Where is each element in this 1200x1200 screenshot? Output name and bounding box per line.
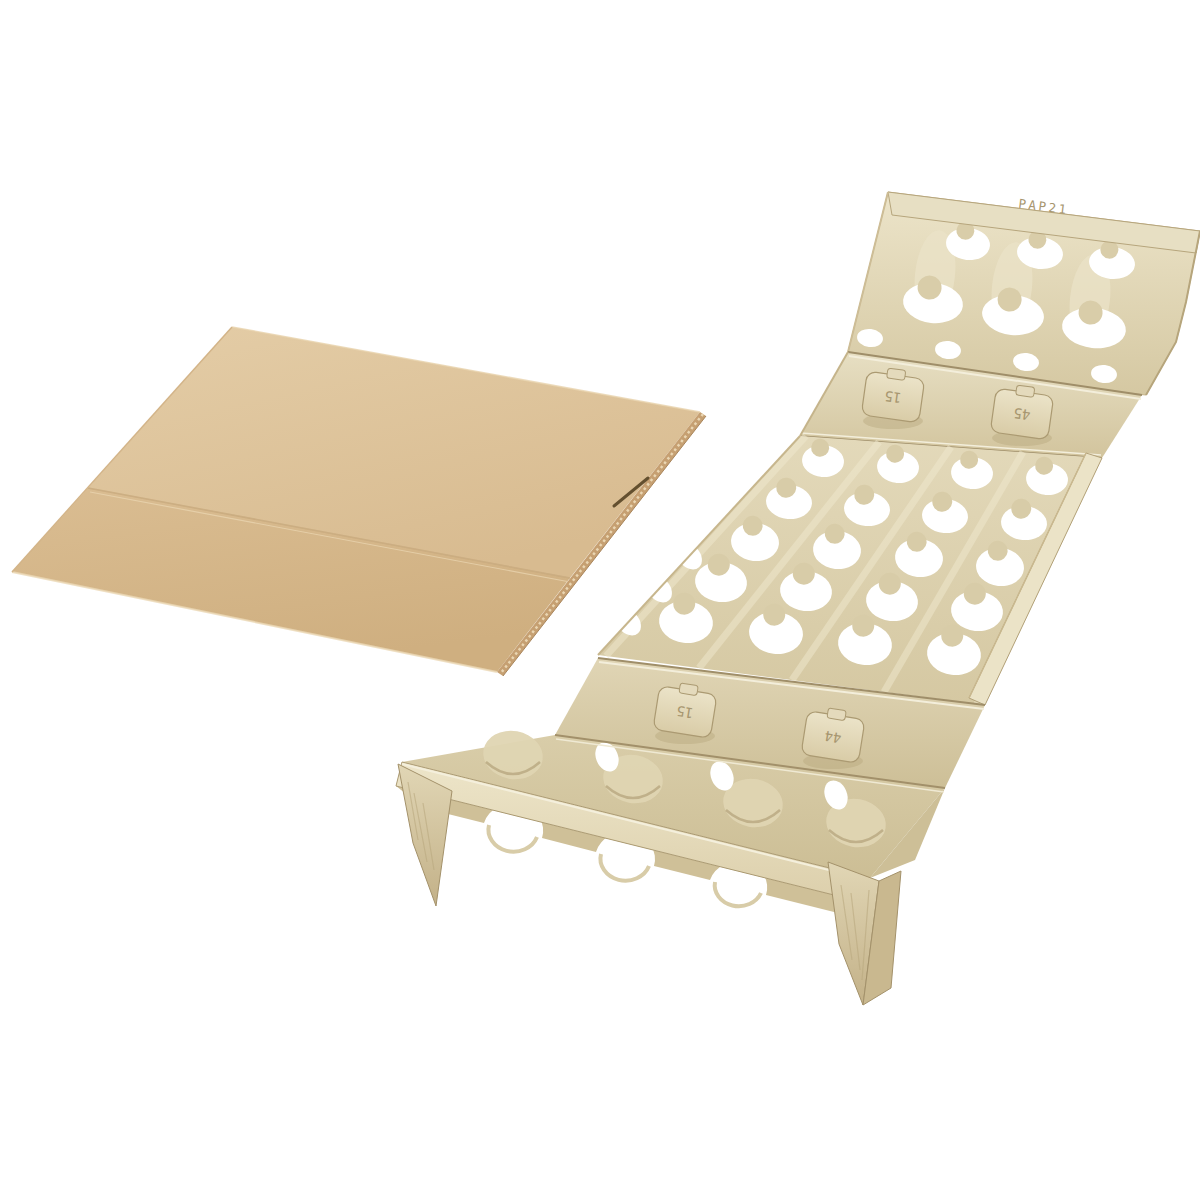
tray-lattice bbox=[598, 436, 1102, 705]
packaging-illustration: PAP21 15 45 bbox=[0, 0, 1200, 1200]
cardboard-wrap bbox=[12, 327, 706, 676]
tray-foot-right bbox=[828, 862, 901, 1005]
product-photo-canvas: PAP21 15 45 bbox=[0, 0, 1200, 1200]
embossed-mark-upper-right: 45 bbox=[1013, 405, 1032, 423]
embossed-mark-lower-left: 15 bbox=[675, 703, 694, 721]
embossed-mark-upper-left: 15 bbox=[884, 388, 903, 406]
embossed-mark-lower-right: 44 bbox=[823, 728, 842, 746]
